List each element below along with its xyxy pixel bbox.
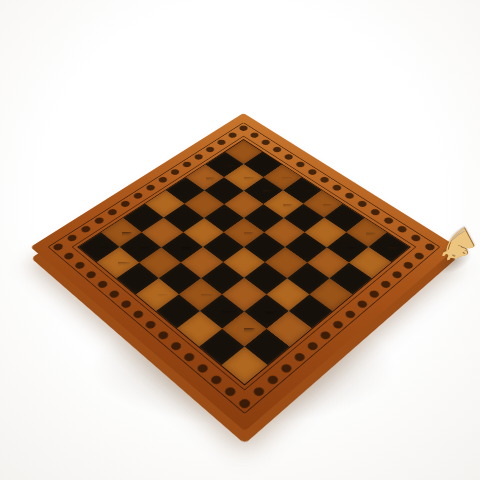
square-e2[interactable]: ♟ — [264, 190, 304, 217]
square-e8[interactable]: ♛ — [136, 278, 179, 311]
square-a1[interactable]: ♜ — [368, 232, 409, 262]
photo-scene: ♚♛♝♟♜♜♞♝♟♝♟♟♟♟♟♝♚♞♟♜♞♛ ♞ — [0, 0, 480, 480]
